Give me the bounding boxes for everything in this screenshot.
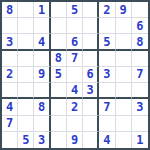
sudoku-cell-r4c2[interactable] [18, 51, 34, 67]
sudoku-cell-r2c8[interactable] [116, 18, 132, 34]
sudoku-cell-r3c1[interactable]: 3 [2, 34, 18, 50]
sudoku-cell-r3c5[interactable]: 6 [67, 34, 83, 50]
sudoku-cell-r5c5[interactable] [67, 67, 83, 83]
sudoku-cell-r5c2[interactable] [18, 67, 34, 83]
sudoku-cell-r1c8[interactable]: 9 [116, 2, 132, 18]
sudoku-cell-r4c1[interactable] [2, 51, 18, 67]
sudoku-board: 81529634658872956374348273753941 [0, 0, 150, 150]
sudoku-cell-r4c6[interactable] [83, 51, 99, 67]
sudoku-cell-r6c6[interactable]: 3 [83, 83, 99, 99]
sudoku-cell-r4c8[interactable] [116, 51, 132, 67]
sudoku-cell-r8c9[interactable] [132, 116, 148, 132]
sudoku-cell-r1c4[interactable] [51, 2, 67, 18]
sudoku-cell-r2c5[interactable] [67, 18, 83, 34]
sudoku-cell-r6c5[interactable]: 4 [67, 83, 83, 99]
sudoku-cell-r6c4[interactable] [51, 83, 67, 99]
sudoku-cell-r1c1[interactable]: 8 [2, 2, 18, 18]
sudoku-cell-r8c6[interactable] [83, 116, 99, 132]
sudoku-cell-r5c3[interactable]: 9 [34, 67, 50, 83]
sudoku-cell-r7c7[interactable]: 7 [99, 99, 115, 115]
sudoku-cell-r6c7[interactable] [99, 83, 115, 99]
sudoku-cell-r9c9[interactable]: 1 [132, 132, 148, 148]
sudoku-cell-r8c3[interactable] [34, 116, 50, 132]
sudoku-cell-r7c8[interactable] [116, 99, 132, 115]
sudoku-cell-r2c3[interactable] [34, 18, 50, 34]
sudoku-cell-r4c9[interactable] [132, 51, 148, 67]
sudoku-cell-r8c1[interactable]: 7 [2, 116, 18, 132]
sudoku-cell-r2c1[interactable] [2, 18, 18, 34]
sudoku-cell-r2c7[interactable] [99, 18, 115, 34]
sudoku-cell-r3c3[interactable]: 4 [34, 34, 50, 50]
sudoku-cell-r5c9[interactable]: 7 [132, 67, 148, 83]
sudoku-cell-r7c5[interactable]: 2 [67, 99, 83, 115]
sudoku-cell-r7c4[interactable] [51, 99, 67, 115]
sudoku-cell-r6c2[interactable] [18, 83, 34, 99]
sudoku-cell-r9c4[interactable] [51, 132, 67, 148]
sudoku-cell-r5c8[interactable] [116, 67, 132, 83]
sudoku-cell-r9c1[interactable] [2, 132, 18, 148]
sudoku-cell-r5c6[interactable]: 6 [83, 67, 99, 83]
sudoku-cell-r3c9[interactable]: 8 [132, 34, 148, 50]
sudoku-cell-r3c4[interactable] [51, 34, 67, 50]
sudoku-cell-r5c4[interactable]: 5 [51, 67, 67, 83]
sudoku-cell-r8c5[interactable] [67, 116, 83, 132]
sudoku-cell-r2c4[interactable] [51, 18, 67, 34]
sudoku-cell-r4c4[interactable]: 8 [51, 51, 67, 67]
sudoku-cell-r9c3[interactable]: 3 [34, 132, 50, 148]
sudoku-cell-r3c2[interactable] [18, 34, 34, 50]
sudoku-cell-r5c1[interactable]: 2 [2, 67, 18, 83]
sudoku-cell-r9c7[interactable]: 4 [99, 132, 115, 148]
sudoku-cell-r9c2[interactable]: 5 [18, 132, 34, 148]
sudoku-cell-r9c6[interactable] [83, 132, 99, 148]
sudoku-cell-r3c8[interactable] [116, 34, 132, 50]
sudoku-cell-r1c9[interactable] [132, 2, 148, 18]
sudoku-cell-r7c1[interactable]: 4 [2, 99, 18, 115]
sudoku-cell-r5c7[interactable]: 3 [99, 67, 115, 83]
sudoku-cell-r4c7[interactable] [99, 51, 115, 67]
sudoku-cell-r1c2[interactable] [18, 2, 34, 18]
sudoku-cell-r1c7[interactable]: 2 [99, 2, 115, 18]
sudoku-cell-r7c3[interactable]: 8 [34, 99, 50, 115]
sudoku-cell-r2c9[interactable]: 6 [132, 18, 148, 34]
sudoku-cell-r1c6[interactable] [83, 2, 99, 18]
sudoku-cell-r7c9[interactable]: 3 [132, 99, 148, 115]
sudoku-cell-r9c8[interactable] [116, 132, 132, 148]
sudoku-cell-r4c5[interactable]: 7 [67, 51, 83, 67]
sudoku-cell-r8c7[interactable] [99, 116, 115, 132]
sudoku-cell-r6c8[interactable] [116, 83, 132, 99]
sudoku-cell-r6c9[interactable] [132, 83, 148, 99]
sudoku-cell-r1c5[interactable]: 5 [67, 2, 83, 18]
sudoku-cell-r8c4[interactable] [51, 116, 67, 132]
sudoku-cell-r9c5[interactable]: 9 [67, 132, 83, 148]
sudoku-cell-r6c1[interactable] [2, 83, 18, 99]
sudoku-cell-r7c2[interactable] [18, 99, 34, 115]
sudoku-cell-r1c3[interactable]: 1 [34, 2, 50, 18]
sudoku-cell-r8c2[interactable] [18, 116, 34, 132]
sudoku-cell-r3c6[interactable] [83, 34, 99, 50]
sudoku-cell-r6c3[interactable] [34, 83, 50, 99]
sudoku-cell-r7c6[interactable] [83, 99, 99, 115]
sudoku-cell-r3c7[interactable]: 5 [99, 34, 115, 50]
sudoku-cell-r2c6[interactable] [83, 18, 99, 34]
sudoku-cell-r2c2[interactable] [18, 18, 34, 34]
sudoku-cell-r4c3[interactable] [34, 51, 50, 67]
sudoku-cell-r8c8[interactable] [116, 116, 132, 132]
